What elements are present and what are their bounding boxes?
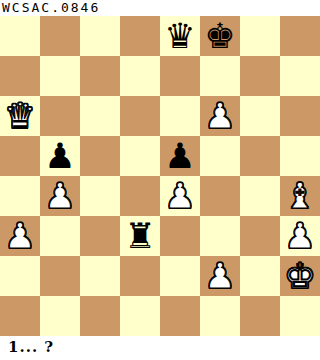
square-a1[interactable] [0, 296, 40, 336]
square-d1[interactable] [120, 296, 160, 336]
square-e5[interactable]: ♟ [160, 136, 200, 176]
white-pawn-piece[interactable]: ♟ [204, 259, 235, 294]
square-b8[interactable] [40, 16, 80, 56]
black-pawn-piece[interactable]: ♟ [44, 139, 75, 174]
chess-board: ♛♚♛♟♟♟♟♟♝♟♜♟♟♚ [0, 16, 320, 336]
square-f6[interactable]: ♟ [200, 96, 240, 136]
square-c1[interactable] [80, 296, 120, 336]
square-h4[interactable]: ♝ [280, 176, 320, 216]
square-h6[interactable] [280, 96, 320, 136]
square-f3[interactable] [200, 216, 240, 256]
square-a5[interactable] [0, 136, 40, 176]
square-f8[interactable]: ♚ [200, 16, 240, 56]
puzzle-title: WCSAC.0846 [0, 0, 320, 16]
square-d2[interactable] [120, 256, 160, 296]
square-b4[interactable]: ♟ [40, 176, 80, 216]
square-a4[interactable] [0, 176, 40, 216]
square-e3[interactable] [160, 216, 200, 256]
square-h3[interactable]: ♟ [280, 216, 320, 256]
square-a7[interactable] [0, 56, 40, 96]
white-pawn-piece[interactable]: ♟ [4, 219, 35, 254]
square-e8[interactable]: ♛ [160, 16, 200, 56]
square-f1[interactable] [200, 296, 240, 336]
square-a8[interactable] [0, 16, 40, 56]
white-king-piece[interactable]: ♚ [284, 259, 315, 294]
square-g2[interactable] [240, 256, 280, 296]
black-pawn-piece[interactable]: ♟ [164, 139, 195, 174]
square-c2[interactable] [80, 256, 120, 296]
square-d6[interactable] [120, 96, 160, 136]
white-pawn-piece[interactable]: ♟ [204, 99, 235, 134]
square-a6[interactable]: ♛ [0, 96, 40, 136]
move-prompt: 1... ? [0, 336, 320, 360]
square-c7[interactable] [80, 56, 120, 96]
square-c5[interactable] [80, 136, 120, 176]
square-d8[interactable] [120, 16, 160, 56]
square-d7[interactable] [120, 56, 160, 96]
square-d4[interactable] [120, 176, 160, 216]
black-queen-piece[interactable]: ♛ [164, 19, 195, 54]
square-g7[interactable] [240, 56, 280, 96]
square-g4[interactable] [240, 176, 280, 216]
square-d3[interactable]: ♜ [120, 216, 160, 256]
square-b6[interactable] [40, 96, 80, 136]
square-b1[interactable] [40, 296, 80, 336]
white-queen-piece[interactable]: ♛ [4, 99, 35, 134]
square-c4[interactable] [80, 176, 120, 216]
square-e2[interactable] [160, 256, 200, 296]
square-e4[interactable]: ♟ [160, 176, 200, 216]
square-a2[interactable] [0, 256, 40, 296]
white-bishop-piece[interactable]: ♝ [284, 179, 315, 214]
square-h7[interactable] [280, 56, 320, 96]
square-c8[interactable] [80, 16, 120, 56]
square-f2[interactable]: ♟ [200, 256, 240, 296]
square-h1[interactable] [280, 296, 320, 336]
square-c6[interactable] [80, 96, 120, 136]
white-pawn-piece[interactable]: ♟ [164, 179, 195, 214]
black-rook-piece[interactable]: ♜ [124, 219, 155, 254]
square-g1[interactable] [240, 296, 280, 336]
square-b2[interactable] [40, 256, 80, 296]
square-h8[interactable] [280, 16, 320, 56]
square-b5[interactable]: ♟ [40, 136, 80, 176]
square-e6[interactable] [160, 96, 200, 136]
square-g8[interactable] [240, 16, 280, 56]
square-e1[interactable] [160, 296, 200, 336]
square-b7[interactable] [40, 56, 80, 96]
white-pawn-piece[interactable]: ♟ [284, 219, 315, 254]
square-f4[interactable] [200, 176, 240, 216]
square-b3[interactable] [40, 216, 80, 256]
white-pawn-piece[interactable]: ♟ [44, 179, 75, 214]
square-f7[interactable] [200, 56, 240, 96]
square-g6[interactable] [240, 96, 280, 136]
square-f5[interactable] [200, 136, 240, 176]
square-g5[interactable] [240, 136, 280, 176]
chess-puzzle-app: WCSAC.0846 ♛♚♛♟♟♟♟♟♝♟♜♟♟♚ 1... ? [0, 0, 320, 360]
square-e7[interactable] [160, 56, 200, 96]
square-a3[interactable]: ♟ [0, 216, 40, 256]
square-h5[interactable] [280, 136, 320, 176]
square-d5[interactable] [120, 136, 160, 176]
black-king-piece[interactable]: ♚ [204, 19, 235, 54]
square-g3[interactable] [240, 216, 280, 256]
square-c3[interactable] [80, 216, 120, 256]
square-h2[interactable]: ♚ [280, 256, 320, 296]
